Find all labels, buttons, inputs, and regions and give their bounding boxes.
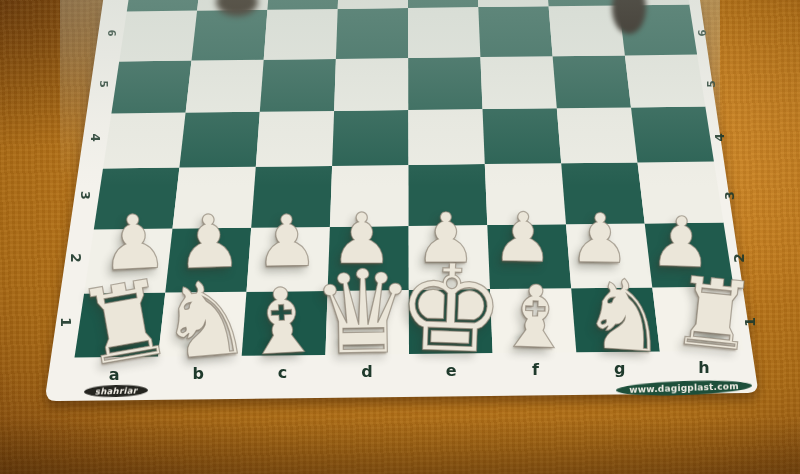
piece-white-rook-a1[interactable]: ♜ (70, 264, 180, 383)
pieces-layer: ♟♟♟♟♟♟♟♟♝♜♚♞♛♝♞♜ (0, 0, 800, 474)
brand-text-shahriar: shahriar (95, 385, 138, 396)
scene: abcdefgh1122334455667788 ♟♟♟♟♟♟♟♟♝♜♚♞♛♝♞… (0, 0, 800, 474)
piece-white-knight-g1[interactable]: ♞ (578, 264, 672, 367)
piece-white-bishop-f1[interactable]: ♝ (495, 273, 575, 362)
piece-white-rook-h1[interactable]: ♜ (667, 264, 761, 366)
piece-white-queen-d1[interactable]: ♛ (310, 254, 415, 371)
